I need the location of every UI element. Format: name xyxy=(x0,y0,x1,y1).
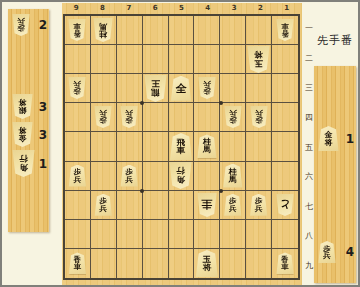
shogi-piece[interactable]: 歩兵 xyxy=(250,194,268,216)
board-square[interactable]: 歩兵 xyxy=(91,103,117,132)
file-label: 6 xyxy=(142,3,168,14)
board-square[interactable] xyxy=(246,249,272,278)
board-square[interactable] xyxy=(117,132,143,161)
board-square[interactable]: 圭 xyxy=(194,191,220,220)
board-square[interactable] xyxy=(246,16,272,45)
board-square[interactable] xyxy=(272,132,298,161)
shogi-piece[interactable]: 歩兵 xyxy=(250,106,268,128)
board-square[interactable]: 桂馬 xyxy=(91,16,117,45)
gote-captured-stand: 歩兵2銀将3金将3角行1 xyxy=(8,9,49,232)
board-square[interactable] xyxy=(246,74,272,103)
board-square[interactable] xyxy=(194,220,220,249)
board-square[interactable]: 香車 xyxy=(272,16,298,45)
hand-piece-group[interactable]: 銀将3 xyxy=(8,94,49,119)
hand-piece-group[interactable]: 金将3 xyxy=(8,122,49,147)
board-square[interactable]: 玉将 xyxy=(194,249,220,278)
board-square[interactable] xyxy=(143,103,169,132)
star-point xyxy=(219,101,223,105)
board-square[interactable] xyxy=(272,45,298,74)
hand-piece-group[interactable]: 歩兵4 xyxy=(314,241,356,263)
board-square[interactable] xyxy=(169,191,195,220)
board-square[interactable]: 歩兵 xyxy=(246,191,272,220)
file-label: 1 xyxy=(274,3,300,14)
shogi-app: 歩兵2銀将3金将3角行1 987654321 香車桂馬香車玉将歩兵龍王全歩兵歩兵… xyxy=(0,0,360,287)
board-square[interactable] xyxy=(246,220,272,249)
hand-piece-count: 4 xyxy=(346,245,354,259)
shogi-piece[interactable]: 香車 xyxy=(68,19,86,41)
hand-piece-group[interactable]: 金将1 xyxy=(314,126,356,151)
board-square[interactable] xyxy=(220,132,246,161)
board-square[interactable] xyxy=(143,249,169,278)
board-square[interactable] xyxy=(194,45,220,74)
board-square[interactable] xyxy=(91,45,117,74)
board-square[interactable] xyxy=(169,16,195,45)
board-square[interactable] xyxy=(246,132,272,161)
file-label: 8 xyxy=(89,3,115,14)
board-square[interactable] xyxy=(65,103,91,132)
star-point xyxy=(219,189,223,193)
shogi-piece[interactable]: 歩兵 xyxy=(94,106,112,128)
board-square[interactable]: 香車 xyxy=(65,16,91,45)
hand-piece-count: 1 xyxy=(39,157,47,171)
board-square[interactable]: 歩兵 xyxy=(246,103,272,132)
hand-piece-count: 3 xyxy=(39,100,47,114)
shogi-piece[interactable]: 角行 xyxy=(169,162,192,189)
shogi-piece[interactable]: 香車 xyxy=(68,252,86,274)
board-square[interactable]: 龍王 xyxy=(143,74,169,103)
hand-piece-count: 3 xyxy=(39,128,47,142)
board-square[interactable] xyxy=(117,249,143,278)
board-square[interactable]: 歩兵 xyxy=(117,162,143,191)
turn-indicator: 先手番 xyxy=(308,33,360,48)
board-square[interactable] xyxy=(65,191,91,220)
shogi-piece[interactable]: 龍王 xyxy=(144,75,167,102)
board-square[interactable]: と xyxy=(272,191,298,220)
board-square[interactable] xyxy=(272,103,298,132)
board-square[interactable] xyxy=(117,220,143,249)
board-square[interactable] xyxy=(143,45,169,74)
file-label: 2 xyxy=(247,3,273,14)
shogi-piece[interactable]: 歩兵 xyxy=(198,77,216,99)
file-label: 4 xyxy=(195,3,221,14)
board-square[interactable]: 桂馬 xyxy=(220,162,246,191)
file-label: 7 xyxy=(116,3,142,14)
board-square[interactable] xyxy=(143,220,169,249)
file-label: 9 xyxy=(63,3,89,14)
hand-piece-count: 1 xyxy=(346,132,354,146)
board-square[interactable] xyxy=(220,16,246,45)
shogi-piece[interactable]: 圭 xyxy=(197,193,217,217)
star-point xyxy=(140,101,144,105)
board-square[interactable] xyxy=(272,220,298,249)
board-square[interactable] xyxy=(220,249,246,278)
shogi-piece[interactable]: 金将 xyxy=(318,126,339,151)
shogi-piece[interactable]: 全 xyxy=(170,76,191,101)
board-square[interactable] xyxy=(272,162,298,191)
shogi-piece[interactable]: 歩兵 xyxy=(94,194,112,216)
board-square[interactable]: 歩兵 xyxy=(194,74,220,103)
board-square[interactable] xyxy=(117,74,143,103)
file-labels: 987654321 xyxy=(63,3,300,14)
board-square[interactable] xyxy=(143,132,169,161)
board-square[interactable]: 歩兵 xyxy=(220,103,246,132)
board-square[interactable] xyxy=(194,16,220,45)
board-grid: 香車桂馬香車玉将歩兵龍王全歩兵歩兵歩兵歩兵歩兵飛車桂馬歩兵歩兵角行桂馬歩兵圭歩兵… xyxy=(63,14,300,280)
shogi-piece[interactable]: 飛車 xyxy=(169,133,192,160)
board-square[interactable] xyxy=(65,220,91,249)
board-square[interactable]: 角行 xyxy=(169,162,195,191)
shogi-piece[interactable]: 玉将 xyxy=(247,46,270,73)
hand-piece-count: 2 xyxy=(39,18,47,32)
board-square[interactable] xyxy=(91,162,117,191)
board-square[interactable]: 香車 xyxy=(65,249,91,278)
hand-piece-group[interactable]: 角行1 xyxy=(8,150,49,177)
board-square[interactable] xyxy=(169,249,195,278)
shogi-piece[interactable]: 香車 xyxy=(276,252,294,274)
board-square[interactable]: 玉将 xyxy=(246,45,272,74)
board-square[interactable] xyxy=(169,220,195,249)
board-square[interactable] xyxy=(246,162,272,191)
board-square[interactable] xyxy=(65,132,91,161)
shogi-piece[interactable]: 香車 xyxy=(276,19,294,41)
board-square[interactable] xyxy=(117,16,143,45)
shogi-piece[interactable]: 桂馬 xyxy=(93,18,113,42)
board-square[interactable] xyxy=(117,45,143,74)
board-square[interactable] xyxy=(194,103,220,132)
board-square[interactable] xyxy=(91,249,117,278)
board-square[interactable] xyxy=(194,162,220,191)
shogi-piece[interactable]: 桂馬 xyxy=(197,134,217,158)
board-grid-wrap: 香車桂馬香車玉将歩兵龍王全歩兵歩兵歩兵歩兵歩兵飛車桂馬歩兵歩兵角行桂馬歩兵圭歩兵… xyxy=(63,14,300,280)
shogi-piece[interactable]: 歩兵 xyxy=(120,106,138,128)
board-square[interactable] xyxy=(169,103,195,132)
board-square[interactable] xyxy=(169,45,195,74)
board-square[interactable] xyxy=(220,74,246,103)
board-square[interactable]: 飛車 xyxy=(169,132,195,161)
shogi-piece[interactable]: 歩兵 xyxy=(120,165,138,187)
hand-piece-group[interactable]: 歩兵2 xyxy=(8,14,49,36)
board-square[interactable] xyxy=(91,132,117,161)
shogi-piece[interactable]: 銀将 xyxy=(12,94,33,119)
board-square[interactable] xyxy=(220,220,246,249)
board-square[interactable] xyxy=(117,191,143,220)
board-square[interactable] xyxy=(91,220,117,249)
file-label: 3 xyxy=(221,3,247,14)
board-square[interactable]: 香車 xyxy=(272,249,298,278)
shogi-piece[interactable]: 歩兵 xyxy=(68,165,86,187)
board-square[interactable]: 桂馬 xyxy=(194,132,220,161)
shogi-piece[interactable]: 歩兵 xyxy=(318,241,336,263)
star-point xyxy=(140,189,144,193)
shogi-piece[interactable]: 玉将 xyxy=(195,250,218,277)
board-square[interactable]: 歩兵 xyxy=(91,191,117,220)
board-square[interactable]: 歩兵 xyxy=(65,74,91,103)
board-square[interactable]: 歩兵 xyxy=(220,191,246,220)
shogi-piece[interactable]: 歩兵 xyxy=(224,194,242,216)
shogi-piece[interactable]: 桂馬 xyxy=(223,164,243,188)
board-square[interactable]: 全 xyxy=(169,74,195,103)
board-square[interactable]: 歩兵 xyxy=(117,103,143,132)
board-square[interactable] xyxy=(220,45,246,74)
shogi-board-block: 987654321 香車桂馬香車玉将歩兵龍王全歩兵歩兵歩兵歩兵歩兵飛車桂馬歩兵歩… xyxy=(62,3,302,286)
board-square[interactable] xyxy=(91,74,117,103)
file-label: 5 xyxy=(168,3,194,14)
shogi-piece[interactable]: 歩兵 xyxy=(224,106,242,128)
shogi-piece[interactable]: 歩兵 xyxy=(12,14,30,36)
board-square[interactable] xyxy=(65,45,91,74)
shogi-piece[interactable]: 金将 xyxy=(12,122,33,147)
sente-captured-stand: 金将1歩兵4 xyxy=(314,66,356,283)
shogi-piece[interactable]: 歩兵 xyxy=(68,77,86,99)
board-square[interactable] xyxy=(143,162,169,191)
shogi-piece[interactable]: 角行 xyxy=(12,150,35,177)
shogi-piece[interactable]: と xyxy=(276,194,294,216)
board-square[interactable] xyxy=(272,74,298,103)
board-square[interactable] xyxy=(143,16,169,45)
board-square[interactable]: 歩兵 xyxy=(65,162,91,191)
board-square[interactable] xyxy=(143,191,169,220)
